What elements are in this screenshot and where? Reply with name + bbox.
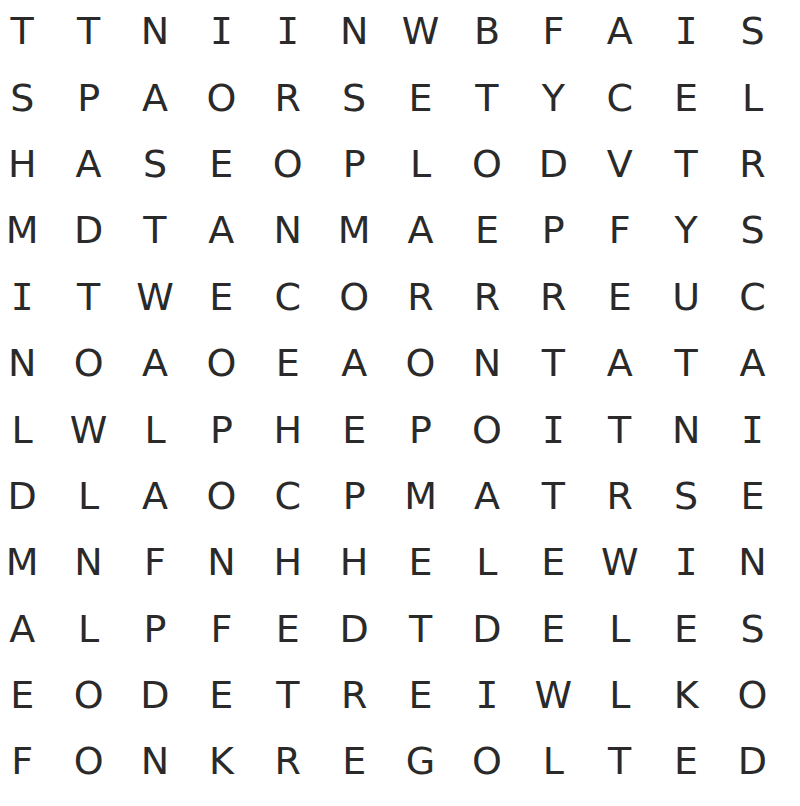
cell-r2c10[interactable]: C xyxy=(587,64,653,130)
cell-r3c4[interactable]: E xyxy=(188,131,254,197)
cell-r2c4[interactable]: O xyxy=(188,64,254,130)
cell-r8c10[interactable]: R xyxy=(587,463,653,529)
cell-r10c7[interactable]: T xyxy=(387,596,453,662)
cell-r8c5[interactable]: C xyxy=(255,463,321,529)
cell-r5c6[interactable]: O xyxy=(321,264,387,330)
cell-r10c8[interactable]: D xyxy=(454,596,520,662)
cell-r4c9[interactable]: P xyxy=(520,197,586,263)
cell-r1c12[interactable]: S xyxy=(719,0,785,64)
cell-r3c12[interactable]: R xyxy=(719,131,785,197)
cell-r6c1[interactable]: N xyxy=(0,330,55,396)
cell-r8c3[interactable]: A xyxy=(122,463,188,529)
cell-r9c1[interactable]: M xyxy=(0,529,55,595)
cell-r12c8[interactable]: O xyxy=(454,728,520,794)
cell-r11c9[interactable]: W xyxy=(520,662,586,728)
cell-r9c8[interactable]: L xyxy=(454,529,520,595)
cell-r10c9[interactable]: E xyxy=(520,596,586,662)
cell-r2c9[interactable]: Y xyxy=(520,64,586,130)
cell-r12c4[interactable]: K xyxy=(188,728,254,794)
cell-r10c12[interactable]: S xyxy=(719,596,785,662)
cell-r6c9[interactable]: T xyxy=(520,330,586,396)
cell-r2c3[interactable]: A xyxy=(122,64,188,130)
cell-r5c2[interactable]: T xyxy=(55,264,121,330)
cell-r9c2[interactable]: N xyxy=(55,529,121,595)
cell-r9c10[interactable]: W xyxy=(587,529,653,595)
cell-r2c12[interactable]: L xyxy=(719,64,785,130)
cell-r8c12[interactable]: E xyxy=(719,463,785,529)
cell-r12c2[interactable]: O xyxy=(55,728,121,794)
cell-r3c8[interactable]: O xyxy=(454,131,520,197)
cell-r5c10[interactable]: E xyxy=(587,264,653,330)
cell-r2c5[interactable]: R xyxy=(255,64,321,130)
cell-r2c8[interactable]: T xyxy=(454,64,520,130)
cell-r8c4[interactable]: O xyxy=(188,463,254,529)
cell-r3c2[interactable]: A xyxy=(55,131,121,197)
cell-r4c2[interactable]: D xyxy=(55,197,121,263)
cell-r11c4[interactable]: E xyxy=(188,662,254,728)
cell-r1c3[interactable]: N xyxy=(122,0,188,64)
cell-r3c3[interactable]: S xyxy=(122,131,188,197)
cell-r7c4[interactable]: P xyxy=(188,396,254,462)
cell-r10c11[interactable]: E xyxy=(653,596,719,662)
cell-r9c7[interactable]: E xyxy=(387,529,453,595)
cell-r6c3[interactable]: A xyxy=(122,330,188,396)
cell-r10c1[interactable]: A xyxy=(0,596,55,662)
cell-r1c7[interactable]: W xyxy=(387,0,453,64)
cell-r11c6[interactable]: R xyxy=(321,662,387,728)
cell-r3c11[interactable]: T xyxy=(653,131,719,197)
cell-r6c2[interactable]: O xyxy=(55,330,121,396)
cell-r6c4[interactable]: O xyxy=(188,330,254,396)
cell-r11c12[interactable]: O xyxy=(719,662,785,728)
cell-r10c5[interactable]: E xyxy=(255,596,321,662)
cell-r1c9[interactable]: F xyxy=(520,0,586,64)
cell-r7c6[interactable]: E xyxy=(321,396,387,462)
cell-r11c2[interactable]: O xyxy=(55,662,121,728)
cell-r11c5[interactable]: T xyxy=(255,662,321,728)
cell-r10c10[interactable]: L xyxy=(587,596,653,662)
cell-r5c3[interactable]: W xyxy=(122,264,188,330)
cell-r2c1[interactable]: S xyxy=(0,64,55,130)
cell-r4c5[interactable]: N xyxy=(255,197,321,263)
cell-r11c1[interactable]: E xyxy=(0,662,55,728)
cell-r9c6[interactable]: H xyxy=(321,529,387,595)
cell-r11c8[interactable]: I xyxy=(454,662,520,728)
cell-r7c7[interactable]: P xyxy=(387,396,453,462)
cell-r5c9[interactable]: R xyxy=(520,264,586,330)
cell-r12c7[interactable]: G xyxy=(387,728,453,794)
cell-r10c4[interactable]: F xyxy=(188,596,254,662)
cell-r11c7[interactable]: E xyxy=(387,662,453,728)
cell-r7c1[interactable]: L xyxy=(0,396,55,462)
cell-r2c7[interactable]: E xyxy=(387,64,453,130)
letter-grid: TTNIINWBFAISSPAORSETYCELHASEOPLODVTRMDTA… xyxy=(0,0,786,795)
cell-r1c2[interactable]: T xyxy=(55,0,121,64)
cell-r12c6[interactable]: E xyxy=(321,728,387,794)
cell-r9c11[interactable]: I xyxy=(653,529,719,595)
cell-r11c11[interactable]: K xyxy=(653,662,719,728)
cell-r4c6[interactable]: M xyxy=(321,197,387,263)
cell-r1c8[interactable]: B xyxy=(454,0,520,64)
cell-r1c6[interactable]: N xyxy=(321,0,387,64)
cell-r4c10[interactable]: F xyxy=(587,197,653,263)
cell-r7c8[interactable]: O xyxy=(454,396,520,462)
cell-r8c11[interactable]: S xyxy=(653,463,719,529)
cell-r4c4[interactable]: A xyxy=(188,197,254,263)
cell-r10c3[interactable]: P xyxy=(122,596,188,662)
cell-r12c11[interactable]: E xyxy=(653,728,719,794)
cell-r4c11[interactable]: Y xyxy=(653,197,719,263)
cell-r3c6[interactable]: P xyxy=(321,131,387,197)
cell-r3c1[interactable]: H xyxy=(0,131,55,197)
cell-r4c3[interactable]: T xyxy=(122,197,188,263)
cell-r6c5[interactable]: E xyxy=(255,330,321,396)
cell-r7c10[interactable]: T xyxy=(587,396,653,462)
cell-r8c9[interactable]: T xyxy=(520,463,586,529)
cell-r5c7[interactable]: R xyxy=(387,264,453,330)
cell-r5c5[interactable]: C xyxy=(255,264,321,330)
cell-r10c2[interactable]: L xyxy=(55,596,121,662)
cell-r1c10[interactable]: A xyxy=(587,0,653,64)
cell-r4c12[interactable]: S xyxy=(719,197,785,263)
cell-r12c5[interactable]: R xyxy=(255,728,321,794)
cell-r12c1[interactable]: F xyxy=(0,728,55,794)
cell-r12c3[interactable]: N xyxy=(122,728,188,794)
cell-r8c6[interactable]: P xyxy=(321,463,387,529)
cell-r6c6[interactable]: A xyxy=(321,330,387,396)
cell-r2c2[interactable]: P xyxy=(55,64,121,130)
cell-r9c12[interactable]: N xyxy=(719,529,785,595)
cell-r3c10[interactable]: V xyxy=(587,131,653,197)
cell-r12c12[interactable]: D xyxy=(719,728,785,794)
cell-r7c5[interactable]: H xyxy=(255,396,321,462)
cell-r8c8[interactable]: A xyxy=(454,463,520,529)
cell-r9c5[interactable]: H xyxy=(255,529,321,595)
cell-r10c6[interactable]: D xyxy=(321,596,387,662)
cell-r7c2[interactable]: W xyxy=(55,396,121,462)
cell-r6c8[interactable]: N xyxy=(454,330,520,396)
cell-r4c8[interactable]: E xyxy=(454,197,520,263)
cell-r2c6[interactable]: S xyxy=(321,64,387,130)
cell-r3c7[interactable]: L xyxy=(387,131,453,197)
cell-r1c4[interactable]: I xyxy=(188,0,254,64)
cell-r5c1[interactable]: I xyxy=(0,264,55,330)
cell-r12c10[interactable]: T xyxy=(587,728,653,794)
cell-r6c12[interactable]: A xyxy=(719,330,785,396)
cell-r3c5[interactable]: O xyxy=(255,131,321,197)
cell-r6c7[interactable]: O xyxy=(387,330,453,396)
cell-r4c1[interactable]: M xyxy=(0,197,55,263)
cell-r6c11[interactable]: T xyxy=(653,330,719,396)
cell-r1c11[interactable]: I xyxy=(653,0,719,64)
cell-r5c11[interactable]: U xyxy=(653,264,719,330)
cell-r12c9[interactable]: L xyxy=(520,728,586,794)
cell-r3c9[interactable]: D xyxy=(520,131,586,197)
cell-r6c10[interactable]: A xyxy=(587,330,653,396)
cell-r2c11[interactable]: E xyxy=(653,64,719,130)
cell-r9c3[interactable]: F xyxy=(122,529,188,595)
cell-r5c8[interactable]: R xyxy=(454,264,520,330)
cell-r7c9[interactable]: I xyxy=(520,396,586,462)
cell-r8c7[interactable]: M xyxy=(387,463,453,529)
cell-r9c9[interactable]: E xyxy=(520,529,586,595)
cell-r1c5[interactable]: I xyxy=(255,0,321,64)
cell-r1c1[interactable]: T xyxy=(0,0,55,64)
cell-r8c1[interactable]: D xyxy=(0,463,55,529)
cell-r11c3[interactable]: D xyxy=(122,662,188,728)
cell-r9c4[interactable]: N xyxy=(188,529,254,595)
cell-r7c12[interactable]: I xyxy=(719,396,785,462)
cell-r5c12[interactable]: C xyxy=(719,264,785,330)
cell-r5c4[interactable]: E xyxy=(188,264,254,330)
word-search-puzzle: TTNIINWBFAISSPAORSETYCELHASEOPLODVTRMDTA… xyxy=(0,0,800,806)
cell-r7c3[interactable]: L xyxy=(122,396,188,462)
cell-r8c2[interactable]: L xyxy=(55,463,121,529)
cell-r7c11[interactable]: N xyxy=(653,396,719,462)
cell-r11c10[interactable]: L xyxy=(587,662,653,728)
cell-r4c7[interactable]: A xyxy=(387,197,453,263)
